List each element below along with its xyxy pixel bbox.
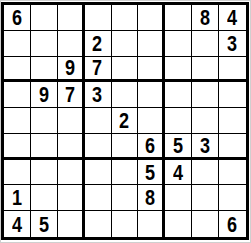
cell-r8c6[interactable]: 8	[138, 185, 165, 211]
cell-r2c8[interactable]	[192, 31, 219, 57]
cell-r7c9[interactable]	[219, 160, 246, 186]
cell-r2c4[interactable]: 2	[85, 31, 112, 57]
spreadsheet-gridline-right	[250, 0, 251, 243]
cell-r7c5[interactable]	[112, 160, 139, 186]
cell-r8c4[interactable]	[85, 185, 112, 211]
given-digit: 2	[119, 109, 129, 132]
given-digit: 5	[39, 213, 49, 236]
cell-r9c6[interactable]	[138, 211, 165, 237]
cell-r6c1[interactable]	[4, 134, 31, 160]
given-digit: 6	[228, 213, 238, 236]
cell-r3c4[interactable]: 7	[85, 57, 112, 83]
cell-r2c6[interactable]	[138, 31, 165, 57]
given-digit: 4	[228, 6, 238, 29]
cell-r9c7[interactable]	[165, 211, 192, 237]
cell-r1c6[interactable]	[138, 5, 165, 31]
cell-r5c8[interactable]	[192, 108, 219, 134]
cell-r2c5[interactable]	[112, 31, 139, 57]
cell-r6c9[interactable]	[219, 134, 246, 160]
cell-r5c9[interactable]	[219, 108, 246, 134]
cell-r4c5[interactable]	[112, 82, 139, 108]
cell-r4c1[interactable]	[4, 82, 31, 108]
spreadsheet-gridline-top	[0, 0, 251, 1]
cell-r2c7[interactable]	[165, 31, 192, 57]
cell-r1c9[interactable]: 4	[219, 5, 246, 31]
cell-r1c5[interactable]	[112, 5, 139, 31]
cell-r3c5[interactable]	[112, 57, 139, 83]
cell-r7c1[interactable]	[4, 160, 31, 186]
cell-r1c3[interactable]	[58, 5, 85, 31]
given-digit: 3	[93, 83, 103, 106]
cell-r7c6[interactable]: 5	[138, 160, 165, 186]
cell-r8c3[interactable]	[58, 185, 85, 211]
cell-r7c8[interactable]	[192, 160, 219, 186]
cell-r5c3[interactable]	[58, 108, 85, 134]
cell-r4c8[interactable]	[192, 82, 219, 108]
cell-r8c7[interactable]	[165, 185, 192, 211]
cell-r7c7[interactable]: 4	[165, 160, 192, 186]
cell-r8c5[interactable]	[112, 185, 139, 211]
cell-r3c7[interactable]	[165, 57, 192, 83]
cell-r9c9[interactable]: 6	[219, 211, 246, 237]
cell-r1c7[interactable]	[165, 5, 192, 31]
cell-r2c1[interactable]	[4, 31, 31, 57]
given-digit: 5	[173, 134, 183, 157]
cell-r8c2[interactable]	[31, 185, 58, 211]
sudoku-board: 684239797326535418456	[1, 2, 249, 240]
cell-r9c5[interactable]	[112, 211, 139, 237]
given-digit: 1	[12, 186, 22, 209]
cell-r3c3[interactable]: 9	[58, 57, 85, 83]
cell-r5c1[interactable]	[4, 108, 31, 134]
cell-r1c4[interactable]	[85, 5, 112, 31]
given-digit: 4	[12, 213, 22, 236]
cell-r4c9[interactable]	[219, 82, 246, 108]
given-digit: 7	[93, 57, 103, 80]
cell-r5c2[interactable]	[31, 108, 58, 134]
given-digit: 3	[228, 32, 238, 55]
given-digit: 8	[145, 186, 155, 209]
cell-r8c8[interactable]	[192, 185, 219, 211]
cell-r6c2[interactable]	[31, 134, 58, 160]
given-digit: 9	[65, 57, 75, 80]
cell-r2c9[interactable]: 3	[219, 31, 246, 57]
cell-r9c3[interactable]	[58, 211, 85, 237]
cell-r9c4[interactable]	[85, 211, 112, 237]
cell-r1c2[interactable]	[31, 5, 58, 31]
cell-r6c7[interactable]: 5	[165, 134, 192, 160]
cell-r2c3[interactable]	[58, 31, 85, 57]
given-digit: 4	[173, 161, 183, 184]
cell-r3c1[interactable]	[4, 57, 31, 83]
cell-r8c9[interactable]	[219, 185, 246, 211]
cell-r7c2[interactable]	[31, 160, 58, 186]
cell-r8c1[interactable]: 1	[4, 185, 31, 211]
cell-r9c2[interactable]: 5	[31, 211, 58, 237]
cell-r6c8[interactable]: 3	[192, 134, 219, 160]
given-digit: 5	[145, 161, 155, 184]
cell-r6c5[interactable]	[112, 134, 139, 160]
given-digit: 6	[145, 134, 155, 157]
cell-r6c6[interactable]: 6	[138, 134, 165, 160]
cell-r4c7[interactable]	[165, 82, 192, 108]
cell-r4c3[interactable]: 7	[58, 82, 85, 108]
cell-r6c3[interactable]	[58, 134, 85, 160]
cell-r4c4[interactable]: 3	[85, 82, 112, 108]
cell-r3c6[interactable]	[138, 57, 165, 83]
cell-r1c8[interactable]: 8	[192, 5, 219, 31]
given-digit: 8	[200, 6, 210, 29]
cell-r4c2[interactable]: 9	[31, 82, 58, 108]
cell-r5c5[interactable]: 2	[112, 108, 139, 134]
cell-r5c6[interactable]	[138, 108, 165, 134]
cell-r7c3[interactable]	[58, 160, 85, 186]
cell-r3c8[interactable]	[192, 57, 219, 83]
cell-r9c8[interactable]	[192, 211, 219, 237]
cell-r7c4[interactable]	[85, 160, 112, 186]
cell-r6c4[interactable]	[85, 134, 112, 160]
given-digit: 3	[200, 134, 210, 157]
cell-r1c1[interactable]: 6	[4, 5, 31, 31]
cell-r3c9[interactable]	[219, 57, 246, 83]
cell-r3c2[interactable]	[31, 57, 58, 83]
given-digit: 2	[93, 32, 103, 55]
given-digit: 7	[65, 83, 75, 106]
given-digit: 9	[39, 83, 49, 106]
cell-r5c7[interactable]	[165, 108, 192, 134]
cell-r5c4[interactable]	[85, 108, 112, 134]
cell-r9c1[interactable]: 4	[4, 211, 31, 237]
cell-r4c6[interactable]	[138, 82, 165, 108]
cell-r2c2[interactable]	[31, 31, 58, 57]
given-digit: 6	[12, 6, 22, 29]
